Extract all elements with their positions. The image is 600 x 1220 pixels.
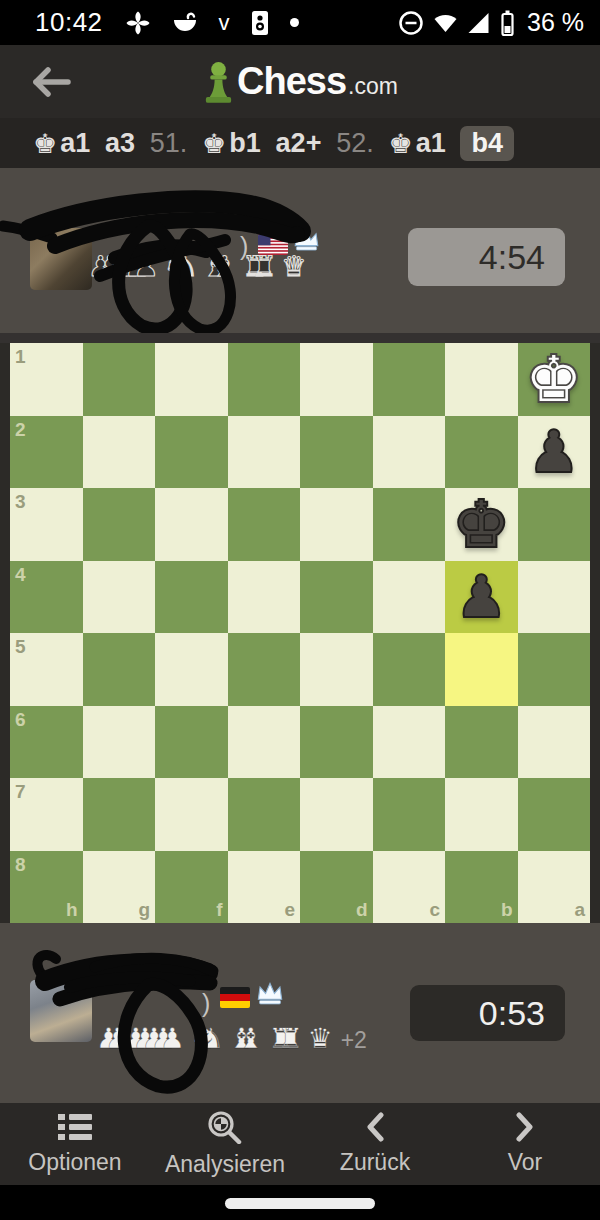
square-c6[interactable] xyxy=(373,706,446,779)
square-f2[interactable] xyxy=(155,416,228,489)
square-e5[interactable] xyxy=(228,633,301,706)
avatar[interactable] xyxy=(30,228,92,290)
square-d1[interactable] xyxy=(300,343,373,416)
move-a2+[interactable]: a2+ xyxy=(276,128,322,159)
rank-label: 5 xyxy=(15,636,26,658)
captured-bishop-group: ♝♝ xyxy=(203,252,237,282)
captured-queen-group: ♛ xyxy=(308,1024,333,1054)
chevron-left-icon xyxy=(365,1112,385,1142)
status-time: 10:42 xyxy=(35,7,103,38)
square-b8[interactable]: b xyxy=(445,851,518,924)
square-c3[interactable] xyxy=(373,488,446,561)
wifi-icon xyxy=(433,11,458,34)
square-e2[interactable] xyxy=(228,416,301,489)
bottom-nav: Optionen Analysieren Zurück Vor xyxy=(0,1103,600,1185)
square-f5[interactable] xyxy=(155,633,228,706)
black-king[interactable]: ♚♚ xyxy=(445,488,518,561)
logo-suffix: .com xyxy=(348,73,398,100)
clock-time: 4:54 xyxy=(479,238,545,277)
captured-pieces-tray: ♟♟♟♟♟♟♞♞♝♝♜♜♛ xyxy=(88,252,311,282)
square-f4[interactable] xyxy=(155,561,228,634)
square-b7[interactable] xyxy=(445,778,518,851)
square-f8[interactable]: f xyxy=(155,851,228,924)
move-number[interactable]: 52. xyxy=(336,128,374,159)
analysis-icon xyxy=(207,1110,243,1144)
square-b3[interactable]: ♚♚ xyxy=(445,488,518,561)
move-a3[interactable]: a3 xyxy=(105,128,135,159)
chess-board: 1♚♚2♟♟3♚♚4♟♟5678hgfedcba xyxy=(10,343,590,923)
file-label: h xyxy=(66,899,78,921)
white-clock: 4:54 xyxy=(408,228,565,286)
square-d5[interactable] xyxy=(300,633,373,706)
nav-back[interactable]: Zurück xyxy=(300,1103,450,1185)
nav-forward[interactable]: Vor xyxy=(450,1103,600,1185)
v-icon: v xyxy=(219,10,230,36)
square-d6[interactable] xyxy=(300,706,373,779)
gesture-area xyxy=(0,1185,600,1220)
move-a1[interactable]: ♚a1 xyxy=(388,128,445,159)
file-label: e xyxy=(284,899,295,921)
square-g8[interactable]: g xyxy=(83,851,156,924)
file-label: g xyxy=(138,899,150,921)
captured-pawn-group: ♟♟♟♟♟♟♟♟ xyxy=(96,1024,185,1054)
captured-knight-group: ♞♞ xyxy=(190,1024,224,1054)
square-a6[interactable] xyxy=(518,706,591,779)
player-panel-white: ) ♟♟♟♟♟♟♞♞♝♝♜♜♛ 4:54 xyxy=(0,168,600,333)
nav-label: Analysieren xyxy=(165,1151,285,1178)
nav-label: Zurück xyxy=(340,1149,410,1176)
file-label: b xyxy=(501,899,513,921)
square-e1[interactable] xyxy=(228,343,301,416)
chevron-right-icon xyxy=(515,1112,535,1142)
move-number[interactable]: 51. xyxy=(150,128,188,159)
do-not-disturb-icon xyxy=(398,10,424,36)
square-f7[interactable] xyxy=(155,778,228,851)
premium-crown-icon xyxy=(256,980,284,1008)
captured-pieces-tray: ♟♟♟♟♟♟♟♟♞♞♝♝♜♜♛+2 xyxy=(96,1021,367,1054)
captured-rook-group: ♜♜ xyxy=(268,1024,302,1054)
square-c5[interactable] xyxy=(373,633,446,706)
square-h1[interactable]: 1 xyxy=(10,343,83,416)
pawn-logo-icon xyxy=(202,59,235,105)
rank-label: 7 xyxy=(15,781,26,803)
square-g6[interactable] xyxy=(83,706,156,779)
white-king[interactable]: ♚♚ xyxy=(518,343,591,416)
file-label: c xyxy=(429,899,440,921)
avatar[interactable] xyxy=(30,980,92,1042)
german-flag-icon xyxy=(220,987,250,1008)
square-c7[interactable] xyxy=(373,778,446,851)
black-clock: 0:53 xyxy=(410,985,565,1041)
captured-bishop-group: ♝♝ xyxy=(229,1024,263,1054)
square-a7[interactable] xyxy=(518,778,591,851)
captured-pawn-group: ♟♟♟♟♟♟ xyxy=(88,252,159,282)
square-h3[interactable]: 3 xyxy=(10,488,83,561)
player-panel-black: ) ♟♟♟♟♟♟♟♟♞♞♝♝♜♜♛+2 0:53 xyxy=(0,923,600,1103)
rank-label: 4 xyxy=(15,564,26,586)
captured-queen-group: ♛ xyxy=(281,252,306,282)
us-flag-icon xyxy=(258,234,288,255)
square-a8[interactable]: a xyxy=(518,851,591,924)
square-b4[interactable]: ♟♟ xyxy=(445,561,518,634)
nav-label: Optionen xyxy=(28,1149,121,1176)
square-g4[interactable] xyxy=(83,561,156,634)
square-d4[interactable] xyxy=(300,561,373,634)
square-a1[interactable]: ♚♚ xyxy=(518,343,591,416)
king-icon: ♚ xyxy=(388,128,412,159)
app-header: Chess .com xyxy=(0,45,600,118)
move-b4[interactable]: b4 xyxy=(460,126,514,161)
move-b1[interactable]: ♚b1 xyxy=(202,128,261,159)
square-c8[interactable]: c xyxy=(373,851,446,924)
square-a4[interactable] xyxy=(518,561,591,634)
player-name-fragment: ) xyxy=(240,232,248,261)
player-name-fragment: ) xyxy=(202,989,210,1018)
black-pawn[interactable]: ♟♟ xyxy=(445,561,518,634)
square-h8[interactable]: 8h xyxy=(10,851,83,924)
rank-label: 8 xyxy=(15,854,26,876)
options-list-icon xyxy=(58,1112,92,1142)
move-list-bar: ♚a1a351.♚b1a2+52.♚a1b4 xyxy=(0,118,600,168)
cup-icon xyxy=(172,11,198,35)
file-label: a xyxy=(574,899,585,921)
captured-knight-group: ♞♞ xyxy=(164,252,198,282)
square-h6[interactable]: 6 xyxy=(10,706,83,779)
square-g2[interactable] xyxy=(83,416,156,489)
king-icon: ♚ xyxy=(33,128,57,159)
square-h5[interactable]: 5 xyxy=(10,633,83,706)
square-g3[interactable] xyxy=(83,488,156,561)
square-f6[interactable] xyxy=(155,706,228,779)
nav-label: Vor xyxy=(508,1149,543,1176)
pinwheel-icon xyxy=(125,10,151,36)
home-indicator[interactable] xyxy=(225,1198,375,1209)
square-a2[interactable]: ♟♟ xyxy=(518,416,591,489)
square-h7[interactable]: 7 xyxy=(10,778,83,851)
square-c4[interactable] xyxy=(373,561,446,634)
rank-label: 2 xyxy=(15,419,26,441)
black-pawn[interactable]: ♟♟ xyxy=(518,416,591,489)
file-label: f xyxy=(216,899,222,921)
square-e3[interactable] xyxy=(228,488,301,561)
square-g1[interactable] xyxy=(83,343,156,416)
square-d3[interactable] xyxy=(300,488,373,561)
square-b1[interactable] xyxy=(445,343,518,416)
square-e8[interactable]: e xyxy=(228,851,301,924)
status-bar: 10:42 v xyxy=(0,0,600,45)
square-f1[interactable] xyxy=(155,343,228,416)
board-zone: 1♚♚2♟♟3♚♚4♟♟5678hgfedcba xyxy=(0,343,600,923)
back-arrow-button[interactable] xyxy=(28,67,72,97)
square-c2[interactable] xyxy=(373,416,446,489)
speaker-icon xyxy=(251,10,269,36)
material-advantage: +2 xyxy=(341,1027,367,1054)
nav-options[interactable]: Optionen xyxy=(0,1103,150,1185)
dot-icon xyxy=(290,18,299,27)
chess-app-screen: 10:42 v xyxy=(0,0,600,1220)
clock-time: 0:53 xyxy=(479,994,545,1033)
square-b2[interactable] xyxy=(445,416,518,489)
move-a1[interactable]: ♚a1 xyxy=(33,128,90,159)
square-g7[interactable] xyxy=(83,778,156,851)
square-e7[interactable] xyxy=(228,778,301,851)
square-c1[interactable] xyxy=(373,343,446,416)
logo-text: Chess xyxy=(237,60,346,103)
square-a5[interactable] xyxy=(518,633,591,706)
square-b5[interactable] xyxy=(445,633,518,706)
rank-label: 6 xyxy=(15,709,26,731)
nav-analyze[interactable]: Analysieren xyxy=(150,1103,300,1185)
battery-icon xyxy=(499,9,516,37)
king-icon: ♚ xyxy=(202,128,226,159)
panel-divider xyxy=(0,333,600,343)
premium-crown-icon xyxy=(293,227,320,254)
square-f3[interactable] xyxy=(155,488,228,561)
square-h2[interactable]: 2 xyxy=(10,416,83,489)
rank-label: 3 xyxy=(15,491,26,513)
rank-label: 1 xyxy=(15,346,26,368)
square-a3[interactable] xyxy=(518,488,591,561)
battery-percent: 36 % xyxy=(527,8,584,37)
square-e4[interactable] xyxy=(228,561,301,634)
square-d8[interactable]: d xyxy=(300,851,373,924)
chesscom-logo: Chess .com xyxy=(0,45,600,118)
signal-icon xyxy=(467,11,490,34)
square-e6[interactable] xyxy=(228,706,301,779)
square-b6[interactable] xyxy=(445,706,518,779)
square-d7[interactable] xyxy=(300,778,373,851)
square-g5[interactable] xyxy=(83,633,156,706)
file-label: d xyxy=(356,899,368,921)
square-h4[interactable]: 4 xyxy=(10,561,83,634)
square-d2[interactable] xyxy=(300,416,373,489)
